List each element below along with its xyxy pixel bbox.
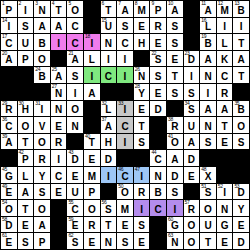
crossword-cell-r10c13 <box>200 150 216 166</box>
crossword-cell-r3c6[interactable]: 18I <box>84 34 100 50</box>
crossword-cell-r13c6[interactable]: O <box>84 200 100 216</box>
crossword-cell-r1c7[interactable]: 6T <box>101 1 117 17</box>
crossword-cell-r7c13[interactable]: A <box>200 101 216 117</box>
crossword-cell-r12c2[interactable]: A <box>18 184 34 200</box>
crossword-cell-r6c11[interactable]: S <box>167 84 183 100</box>
crossword-cell-r3c4[interactable]: I <box>51 34 67 50</box>
clue-number: 34 <box>185 101 190 106</box>
crossword-cell-r12c13[interactable]: 51S <box>200 184 216 200</box>
crossword-cell-r12c8[interactable]: 50O <box>117 184 133 200</box>
crossword-cell-r15c11[interactable]: 63N <box>167 233 183 249</box>
crossword-cell-r1c4[interactable]: 4T <box>51 1 67 17</box>
crossword-cell-r10c12[interactable]: D <box>184 150 200 166</box>
crossword-cell-r9c11[interactable]: 41O <box>167 134 183 150</box>
crossword-cell-r5c7[interactable]: C <box>101 67 117 83</box>
cell-letter: B <box>238 104 245 116</box>
crossword-cell-r12c15[interactable]: 53D <box>233 184 249 200</box>
crossword-cell-r3c1[interactable]: 17C <box>1 34 17 50</box>
clue-number: 58 <box>2 217 7 222</box>
crossword-cell-r13c2[interactable]: T <box>18 200 34 216</box>
crossword-cell-r2c5[interactable]: C <box>67 18 83 34</box>
cell-letter: G <box>221 220 229 232</box>
crossword-cell-r15c6[interactable]: E <box>84 233 100 249</box>
cell-letter: I <box>240 21 243 33</box>
clue-number: 31 <box>35 101 40 106</box>
crossword-cell-r12c9[interactable]: R <box>134 184 150 200</box>
crossword-cell-r11c9[interactable]: 47I <box>134 167 150 183</box>
crossword-cell-r11c12[interactable]: E <box>184 167 200 183</box>
crossword-cell-r3c3[interactable]: B <box>34 34 50 50</box>
cell-letter: O <box>237 121 245 133</box>
crossword-cell-r3c8[interactable]: C <box>117 34 133 50</box>
cell-letter: D <box>188 154 195 166</box>
crossword-cell-r11c10[interactable]: N <box>150 167 166 183</box>
crossword-cell-r12c10[interactable]: B <box>150 184 166 200</box>
crossword-cell-r10c3[interactable]: R <box>34 150 50 166</box>
clue-number: 13 <box>234 1 239 6</box>
clue-number: 3 <box>35 1 37 6</box>
crossword-cell-r12c7 <box>101 184 117 200</box>
cell-letter: R <box>221 88 228 100</box>
cell-letter: O <box>38 137 46 149</box>
cell-letter: O <box>188 237 196 249</box>
crossword-cell-r14c3[interactable]: A <box>34 217 50 233</box>
cell-letter: N <box>55 104 62 116</box>
crossword-cell-r4c6[interactable]: L <box>84 51 100 67</box>
cell-letter: E <box>155 88 162 100</box>
clue-number: 7 <box>118 1 120 6</box>
crossword-cell-r4c5[interactable]: 21A <box>67 51 83 67</box>
crossword-cell-r1c9[interactable]: 8M <box>134 1 150 17</box>
crossword-cell-r15c13[interactable]: T <box>200 233 216 249</box>
crossword-cell-r13c11[interactable]: I <box>167 200 183 216</box>
crossword-cell-r5c12[interactable]: I <box>184 67 200 83</box>
cell-letter: I <box>74 88 77 100</box>
crossword-cell-r8c14[interactable]: T <box>217 117 233 133</box>
crossword-cell-r9c5 <box>67 134 83 150</box>
crossword-cell-r10c7[interactable]: D <box>101 150 117 166</box>
crossword-cell-r8c7[interactable]: 37A <box>101 117 117 133</box>
crossword-cell-r2c4[interactable]: A <box>51 18 67 34</box>
cell-letter: C <box>72 21 79 33</box>
clue-number: 1 <box>2 1 4 6</box>
crossword-cell-r2c1[interactable]: 14I <box>1 18 17 34</box>
cell-letter: E <box>138 104 145 116</box>
crossword-cell-r15c9[interactable]: E <box>134 233 150 249</box>
cell-letter: A <box>121 5 128 17</box>
cell-letter: N <box>55 88 62 100</box>
crossword-cell-r15c5[interactable]: 62S <box>67 233 83 249</box>
crossword-cell-r5c10[interactable]: S <box>150 67 166 83</box>
cell-letter: S <box>138 220 145 232</box>
crossword-cell-r8c8[interactable]: C <box>117 117 133 133</box>
crossword-cell-r8c5[interactable]: N <box>67 117 83 133</box>
crossword-cell-r14c13[interactable]: U <box>200 217 216 233</box>
cell-letter: A <box>38 21 45 33</box>
crossword-cell-r10c4[interactable]: I <box>51 150 67 166</box>
crossword-cell-r4c15[interactable]: A <box>233 51 249 67</box>
crossword-cell-r8c12[interactable]: U <box>184 117 200 133</box>
clue-number: 45 <box>2 167 7 172</box>
cell-letter: B <box>38 38 45 50</box>
cell-letter: E <box>22 220 29 232</box>
crossword-cell-r2c7[interactable]: 15U <box>101 18 117 34</box>
crossword-cell-r4c14[interactable]: K <box>217 51 233 67</box>
crossword-cell-r5c3[interactable]: 24B <box>34 67 50 83</box>
cell-letter: S <box>72 71 79 83</box>
crossword-cell-r3c9[interactable]: H <box>134 34 150 50</box>
crossword-cell-r3c11[interactable]: S <box>167 34 183 50</box>
crossword-cell-r9c14[interactable]: E <box>217 134 233 150</box>
cell-letter: I <box>90 38 93 50</box>
crossword-cell-r5c8[interactable]: I <box>117 67 133 83</box>
cell-letter: U <box>22 38 29 50</box>
crossword-cell-r10c5[interactable]: 43D <box>67 150 83 166</box>
cell-letter: A <box>5 137 12 149</box>
crossword-cell-r3c5[interactable]: C <box>67 34 83 50</box>
crossword-cell-r1c11[interactable]: 10A <box>167 1 183 17</box>
crossword-cell-r15c15[interactable]: D <box>233 233 249 249</box>
crossword-cell-r1c8[interactable]: 7A <box>117 1 133 17</box>
crossword-cell-r4c7[interactable]: I <box>101 51 117 67</box>
cell-letter: A <box>238 54 245 66</box>
crossword-cell-r8c13[interactable]: N <box>200 117 216 133</box>
crossword-cell-r2c2[interactable]: S <box>18 18 34 34</box>
crossword-cell-r14c15[interactable]: E <box>233 217 249 233</box>
crossword-cell-r6c4[interactable]: 27N <box>51 84 67 100</box>
cell-letter: Y <box>238 204 245 216</box>
crossword-cell-r11c6[interactable]: M <box>84 167 100 183</box>
crossword-cell-r3c10[interactable]: E <box>150 34 166 50</box>
cell-letter: E <box>5 187 12 199</box>
clue-number: 5 <box>68 1 70 6</box>
clue-number: 14 <box>2 18 7 23</box>
cell-letter: I <box>140 204 143 216</box>
crossword-cell-r5c4[interactable]: 25A <box>51 67 67 83</box>
cell-letter: E <box>55 121 62 133</box>
crossword-cell-r15c8[interactable]: S <box>117 233 133 249</box>
crossword-cell-r6c6[interactable]: A <box>84 84 100 100</box>
crossword-cell-r5c11[interactable]: T <box>167 67 183 83</box>
clue-number: 17 <box>2 34 7 39</box>
crossword-cell-r6c10[interactable]: E <box>150 84 166 100</box>
clue-number: 52 <box>218 184 223 189</box>
crossword-cell-r12c1[interactable]: 49E <box>1 184 17 200</box>
crossword-cell-r15c3[interactable]: P <box>34 233 50 249</box>
crossword-cell-r10c10[interactable]: 44C <box>150 150 166 166</box>
cell-letter: O <box>121 187 129 199</box>
crossword-cell-r14c5[interactable]: 59E <box>67 217 83 233</box>
cell-letter: I <box>107 171 110 183</box>
crossword-cell-r1c12 <box>184 1 200 17</box>
cell-letter: O <box>171 137 179 149</box>
crossword-cell-r1c5[interactable]: 5O <box>67 1 83 17</box>
crossword-cell-r12c11[interactable]: S <box>167 184 183 200</box>
crossword-cell-r4c13[interactable]: A <box>200 51 216 67</box>
crossword-cell-r5c5[interactable]: S <box>67 67 83 83</box>
cell-letter: I <box>24 5 27 17</box>
crossword-cell-r13c13[interactable]: O <box>200 200 216 216</box>
crossword-cell-r14c12[interactable]: O <box>184 217 200 233</box>
crossword-cell-r6c5[interactable]: I <box>67 84 83 100</box>
crossword-cell-r2c14[interactable]: I <box>217 18 233 34</box>
cell-letter: E <box>88 237 95 249</box>
crossword-cell-r12c6[interactable]: P <box>84 184 100 200</box>
cell-letter: S <box>238 137 245 149</box>
clue-number: 47 <box>135 167 140 172</box>
crossword-cell-r6c12[interactable]: S <box>184 84 200 100</box>
crossword-cell-r9c4[interactable]: R <box>51 134 67 150</box>
clue-number: 23 <box>185 51 190 56</box>
cell-letter: A <box>204 54 211 66</box>
cell-letter: A <box>72 54 79 66</box>
crossword-cell-r3c13[interactable]: 19B <box>200 34 216 50</box>
crossword-cell-r13c9[interactable]: I <box>134 200 150 216</box>
crossword-cell-r11c2[interactable]: L <box>18 167 34 183</box>
cell-letter: S <box>171 21 178 33</box>
crossword-cell-r11c11[interactable]: D <box>167 167 183 183</box>
crossword-cell-r10c2[interactable]: 42P <box>18 150 34 166</box>
clue-number: 63 <box>168 233 173 238</box>
crossword-cell-r1c10[interactable]: 9P <box>150 1 166 17</box>
crossword-cell-r7c3[interactable]: 31I <box>34 101 50 117</box>
crossword-cell-r2c9[interactable]: E <box>134 18 150 34</box>
crossword-cell-r12c5[interactable]: U <box>67 184 83 200</box>
crossword-cell-r9c1[interactable]: 39A <box>1 134 17 150</box>
crossword-cell-r11c3[interactable]: Y <box>34 167 50 183</box>
crossword-cell-r5c14[interactable]: C <box>217 67 233 83</box>
cell-letter: I <box>41 104 44 116</box>
crossword-cell-r8c2[interactable]: O <box>18 117 34 133</box>
crossword-cell-r3c2[interactable]: U <box>18 34 34 50</box>
cell-letter: Y <box>138 88 145 100</box>
crossword-cell-r2c3[interactable]: A <box>34 18 50 34</box>
crossword-cell-r13c5[interactable]: 55C <box>67 200 83 216</box>
crossword-cell-r11c4[interactable]: C <box>51 167 67 183</box>
clue-number: 25 <box>52 67 57 72</box>
crossword-cell-r8c4[interactable]: E <box>51 117 67 133</box>
crossword-cell-r2c12 <box>184 18 200 34</box>
cell-letter: O <box>22 121 30 133</box>
crossword-cell-r4c10[interactable]: 22S <box>150 51 166 67</box>
crossword-cell-r7c10[interactable]: D <box>150 101 166 117</box>
crossword-cell-r3c14[interactable]: L <box>217 34 233 50</box>
crossword-cell-r13c7[interactable]: 56S <box>101 200 117 216</box>
cell-letter: Y <box>39 171 46 183</box>
crossword-cell-r13c3[interactable]: O <box>34 200 50 216</box>
crossword-cell-r1c13[interactable]: 11A <box>200 1 216 17</box>
clue-number: 22 <box>151 51 156 56</box>
crossword-cell-r14c14[interactable]: G <box>217 217 233 233</box>
crossword-cell-r3c7[interactable]: N <box>101 34 117 50</box>
crossword-cell-r14c10 <box>150 217 166 233</box>
cell-letter: U <box>105 21 112 33</box>
cell-letter: L <box>89 54 95 66</box>
crossword-cell-r5c6[interactable]: I <box>84 67 100 83</box>
crossword-cell-r6c14[interactable]: R <box>217 84 233 100</box>
crossword-cell-r6c8 <box>117 84 133 100</box>
cell-letter: T <box>139 121 145 133</box>
cell-letter: S <box>22 237 29 249</box>
cell-letter: T <box>172 71 178 83</box>
cell-letter: C <box>72 204 79 216</box>
cell-letter: D <box>188 54 195 66</box>
crossword-cell-r2c15[interactable]: I <box>233 18 249 34</box>
cell-letter: C <box>155 154 162 166</box>
crossword-cell-r4c3[interactable]: O <box>34 51 50 67</box>
cell-letter: S <box>155 54 162 66</box>
crossword-cell-r5c9[interactable]: 26N <box>134 67 150 83</box>
crossword-cell-r7c7[interactable]: 32L <box>101 101 117 117</box>
crossword-cell-r11c8[interactable]: 46C <box>117 167 133 183</box>
clue-number: 11 <box>201 1 206 6</box>
crossword-cell-r7c1[interactable]: 29R <box>1 101 17 117</box>
crossword-cell-r15c12[interactable]: O <box>184 233 200 249</box>
crossword-cell-r7c6 <box>84 101 100 117</box>
crossword-cell-r10c11[interactable]: A <box>167 150 183 166</box>
crossword-cell-r8c9[interactable]: T <box>134 117 150 133</box>
cell-letter: L <box>22 171 28 183</box>
cell-letter: T <box>22 137 28 149</box>
crossword-cell-r1c15[interactable]: 13B <box>233 1 249 17</box>
crossword-cell-r14c7[interactable]: T <box>101 217 117 233</box>
crossword-cell-r7c15[interactable]: 35B <box>233 101 249 117</box>
cell-letter: N <box>204 71 211 83</box>
crossword-cell-r3c12 <box>184 34 200 50</box>
crossword-cell-r14c8[interactable]: E <box>117 217 133 233</box>
crossword-cell-r4c2[interactable]: P <box>18 51 34 67</box>
crossword-cell-r2c11[interactable]: S <box>167 18 183 34</box>
cell-letter: T <box>238 38 244 50</box>
crossword-cell-r9c3[interactable]: O <box>34 134 50 150</box>
cell-letter: O <box>38 54 46 66</box>
crossword-cell-r8c11[interactable]: 38R <box>167 117 183 133</box>
crossword-cell-r15c2[interactable]: S <box>18 233 34 249</box>
cell-letter: E <box>55 187 62 199</box>
crossword-cell-r9c7[interactable]: H <box>101 134 117 150</box>
crossword-cell-r8c10 <box>150 117 166 133</box>
crossword-cell-r4c11[interactable]: E <box>167 51 183 67</box>
crossword-cell-r2c10[interactable]: R <box>150 18 166 34</box>
crossword-cell-r8c6 <box>84 117 100 133</box>
crossword-cell-r14c1[interactable]: 58D <box>1 217 17 233</box>
cell-letter: U <box>204 220 211 232</box>
cell-letter: D <box>238 187 245 199</box>
crossword-cell-r14c11[interactable]: 60G <box>167 217 183 233</box>
crossword-cell-r9c12[interactable]: A <box>184 134 200 150</box>
clue-number: 50 <box>118 184 123 189</box>
crossword-cell-r11c13[interactable]: 48X <box>200 167 216 183</box>
crossword-cell-r7c5[interactable]: O <box>67 101 83 117</box>
crossword-cell-r7c9[interactable]: E <box>134 101 150 117</box>
crossword-cell-r9c13[interactable]: S <box>200 134 216 150</box>
cell-letter: G <box>171 220 179 232</box>
cell-letter: A <box>204 5 211 17</box>
crossword-cell-r2c8[interactable]: S <box>117 18 133 34</box>
crossword-cell-r13c12[interactable]: 57R <box>184 200 200 216</box>
cell-letter: O <box>204 204 212 216</box>
crossword-cell-r15c14[interactable]: E <box>217 233 233 249</box>
crossword-cell-r11c5[interactable]: E <box>67 167 83 183</box>
crossword-cell-r2c13[interactable]: 16L <box>200 18 216 34</box>
crossword-cell-r13c14[interactable]: N <box>217 200 233 216</box>
crossword-cell-r8c1[interactable]: 36C <box>1 117 17 133</box>
crossword-cell-r11c1[interactable]: 45G <box>1 167 17 183</box>
crossword-cell-r5c15[interactable]: T <box>233 67 249 83</box>
crossword-cell-r4c8[interactable]: I <box>117 51 133 67</box>
crossword-cell-r7c8[interactable]: 33I <box>117 101 133 117</box>
crossword-cell-r9c15[interactable]: S <box>233 134 249 150</box>
crossword-cell-r13c1[interactable]: 54O <box>1 200 17 216</box>
crossword-cell-r12c4[interactable]: E <box>51 184 67 200</box>
crossword-cell-r1c1[interactable]: 1P <box>1 1 17 17</box>
clue-number: 41 <box>168 134 173 139</box>
crossword-cell-r1c3[interactable]: 3N <box>34 1 50 17</box>
crossword-cell-r3c15[interactable]: T <box>233 34 249 50</box>
crossword-cell-r1c14[interactable]: 12M <box>217 1 233 17</box>
crossword-cell-r13c10[interactable]: C <box>150 200 166 216</box>
cell-letter: S <box>138 137 145 149</box>
crossword-cell-r9c2[interactable]: T <box>18 134 34 150</box>
cell-letter: E <box>221 237 228 249</box>
crossword-cell-r7c12[interactable]: 34S <box>184 101 200 117</box>
crossword-cell-r1c2[interactable]: 2I <box>18 1 34 17</box>
crossword-cell-r4c12[interactable]: 23D <box>184 51 200 67</box>
crossword-cell-r13c8[interactable]: M <box>117 200 133 216</box>
cell-letter: U <box>188 121 195 133</box>
cell-letter: S <box>188 104 195 116</box>
crossword-cell-r7c2[interactable]: 30H <box>18 101 34 117</box>
crossword-cell-r6c9[interactable]: 28Y <box>134 84 150 100</box>
cell-letter: D <box>155 104 162 116</box>
crossword-cell-r7c4[interactable]: N <box>51 101 67 117</box>
crossword-cell-r12c3[interactable]: S <box>34 184 50 200</box>
crossword-cell-r9c6[interactable]: 40T <box>84 134 100 150</box>
crossword-cell-r6c2 <box>18 84 34 100</box>
cell-letter: O <box>88 204 96 216</box>
crossword-cell-r13c15[interactable]: Y <box>233 200 249 216</box>
crossword-cell-r12c14[interactable]: 52I <box>217 184 233 200</box>
crossword-cell-r10c6[interactable]: E <box>84 150 100 166</box>
cell-letter: A <box>171 154 178 166</box>
crossword-cell-r10c15 <box>233 150 249 166</box>
crossword-cell-r6c13[interactable]: I <box>200 84 216 100</box>
cell-letter: K <box>221 54 228 66</box>
crossword-cell-r11c7[interactable]: I <box>101 167 117 183</box>
cell-letter: C <box>5 121 12 133</box>
crossword-cell-r4c4 <box>51 51 67 67</box>
crossword-cell-r5c13[interactable]: N <box>200 67 216 83</box>
crossword-cell-r9c8[interactable]: I <box>117 134 133 150</box>
crossword-cell-r4c1[interactable]: 20A <box>1 51 17 67</box>
cell-letter: S <box>171 88 178 100</box>
crossword-cell-r14c2[interactable]: E <box>18 217 34 233</box>
cell-letter: E <box>122 220 129 232</box>
crossword-cell-r8c3[interactable]: V <box>34 117 50 133</box>
crossword-cell-r15c7[interactable]: N <box>101 233 117 249</box>
crossword-cell-r15c1[interactable]: 61E <box>1 233 17 249</box>
crossword-cell-r14c9[interactable]: S <box>134 217 150 233</box>
cell-letter: L <box>205 21 211 33</box>
crossword-cell-r7c14[interactable]: A <box>217 101 233 117</box>
crossword-cell-r9c9[interactable]: S <box>134 134 150 150</box>
clue-number: 35 <box>234 101 239 106</box>
clue-number: 33 <box>118 101 123 106</box>
crossword-cell-r14c6[interactable]: R <box>84 217 100 233</box>
cell-letter: S <box>171 38 178 50</box>
cell-letter: T <box>205 237 211 249</box>
crossword-cell-r8c15[interactable]: O <box>233 117 249 133</box>
